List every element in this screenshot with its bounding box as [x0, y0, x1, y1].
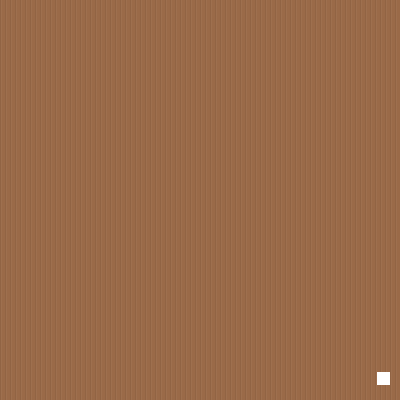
chess-diagram [0, 0, 400, 400]
chess-board [22, 22, 374, 374]
white-to-move-indicator [377, 372, 390, 385]
